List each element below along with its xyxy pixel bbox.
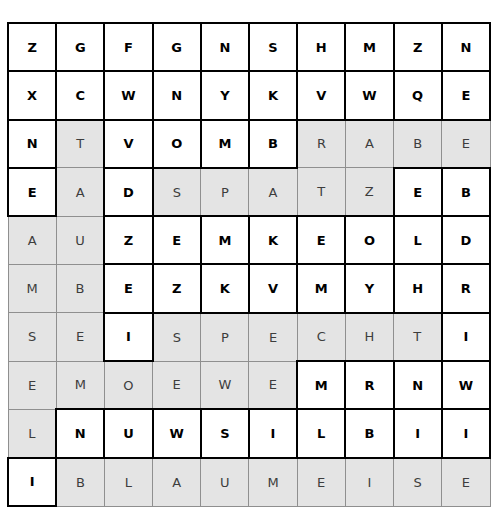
grid-cell-r8c7: M bbox=[297, 361, 345, 409]
grid-cell-r1c8: M bbox=[345, 23, 393, 71]
grid-cell-r2c10: E bbox=[442, 71, 490, 119]
grid-cell-r8c9: N bbox=[394, 361, 442, 409]
grid-row-8: EMOEWEMRNW bbox=[8, 361, 490, 409]
grid-cell-r5c6: K bbox=[249, 216, 297, 264]
grid-cell-r3c9: B bbox=[394, 120, 442, 168]
grid-cell-r3c10: E bbox=[442, 120, 490, 168]
grid-cell-r8c10: W bbox=[442, 361, 490, 409]
grid-cell-r9c6: I bbox=[249, 409, 297, 457]
grid-cell-r6c3: E bbox=[104, 264, 152, 312]
grid-cell-r8c8: R bbox=[345, 361, 393, 409]
grid-cell-r2c5: Y bbox=[201, 71, 249, 119]
word-search-grid: ZGFGNSHMZNXCWNYKVWQENTVOMBRABEEADSPATZEB… bbox=[7, 22, 491, 507]
grid-cell-r9c7: L bbox=[297, 409, 345, 457]
page: { "game": "word-search", "language": "Ge… bbox=[0, 0, 500, 520]
grid-cell-r10c10: E bbox=[442, 458, 490, 506]
grid-cell-r1c6: S bbox=[249, 23, 297, 71]
grid-row-9: LNUWSILBII bbox=[8, 409, 490, 457]
grid-cell-r2c7: V bbox=[297, 71, 345, 119]
grid-row-1: ZGFGNSHMZN bbox=[8, 23, 490, 71]
grid-cell-r7c9: T bbox=[394, 313, 442, 361]
grid-cell-r8c2: M bbox=[56, 361, 104, 409]
grid-cell-r7c7: C bbox=[297, 313, 345, 361]
grid-cell-r7c1: S bbox=[8, 313, 56, 361]
grid-cell-r5c2: U bbox=[56, 216, 104, 264]
grid-cell-r7c10: I bbox=[442, 313, 490, 361]
grid-cell-r8c1: E bbox=[8, 361, 56, 409]
grid-cell-r10c3: L bbox=[104, 458, 152, 506]
grid-cell-r1c1: Z bbox=[8, 23, 56, 71]
grid-cell-r1c3: F bbox=[104, 23, 152, 71]
grid-cell-r6c4: Z bbox=[153, 264, 201, 312]
grid-cell-r5c4: E bbox=[153, 216, 201, 264]
grid-cell-r6c9: H bbox=[394, 264, 442, 312]
grid-cell-r6c6: V bbox=[249, 264, 297, 312]
grid-cell-r6c1: M bbox=[8, 264, 56, 312]
grid-cell-r10c7: E bbox=[297, 458, 345, 506]
grid-cell-r5c8: O bbox=[345, 216, 393, 264]
grid-cell-r6c8: Y bbox=[345, 264, 393, 312]
grid-cell-r9c4: W bbox=[153, 409, 201, 457]
grid-cell-r1c2: G bbox=[56, 23, 104, 71]
grid-cell-r6c10: R bbox=[442, 264, 490, 312]
grid-cell-r5c3: Z bbox=[104, 216, 152, 264]
grid-cell-r3c5: M bbox=[201, 120, 249, 168]
grid-cell-r4c2: A bbox=[56, 168, 104, 216]
grid-cell-r3c1: N bbox=[8, 120, 56, 168]
grid-row-6: MBEZKVMYHR bbox=[8, 264, 490, 312]
grid-cell-r8c4: E bbox=[153, 361, 201, 409]
grid-row-7: SEISPECHTI bbox=[8, 313, 490, 361]
grid-cell-r1c5: N bbox=[201, 23, 249, 71]
grid-cell-r7c5: P bbox=[201, 313, 249, 361]
grid-cell-r4c6: A bbox=[249, 168, 297, 216]
grid-cell-r10c2: B bbox=[56, 458, 104, 506]
grid-cell-r7c6: E bbox=[249, 313, 297, 361]
grid-cell-r7c2: E bbox=[56, 313, 104, 361]
grid-cell-r6c7: M bbox=[297, 264, 345, 312]
grid-row-2: XCWNYKVWQE bbox=[8, 71, 490, 119]
grid-cell-r1c7: H bbox=[297, 23, 345, 71]
grid-cell-r7c3: I bbox=[104, 313, 152, 361]
grid-cell-r10c5: U bbox=[201, 458, 249, 506]
grid-cell-r8c6: E bbox=[249, 361, 297, 409]
grid-row-3: NTVOMBRABE bbox=[8, 120, 490, 168]
grid-row-4: EADSPATZEB bbox=[8, 168, 490, 216]
grid-cell-r4c8: Z bbox=[345, 168, 393, 216]
grid-cell-r7c8: H bbox=[345, 313, 393, 361]
grid-cell-r2c3: W bbox=[104, 71, 152, 119]
grid-cell-r8c5: W bbox=[201, 361, 249, 409]
grid-cell-r5c5: M bbox=[201, 216, 249, 264]
grid-cell-r9c10: I bbox=[442, 409, 490, 457]
grid-row-10: IBLAUMEISE bbox=[8, 458, 490, 506]
grid-cell-r3c8: A bbox=[345, 120, 393, 168]
grid-row-5: AUZEMKEOLD bbox=[8, 216, 490, 264]
grid-cell-r2c9: Q bbox=[394, 71, 442, 119]
grid-cell-r2c6: K bbox=[249, 71, 297, 119]
grid-cell-r3c4: O bbox=[153, 120, 201, 168]
grid-cell-r4c5: P bbox=[201, 168, 249, 216]
grid-cell-r4c4: S bbox=[153, 168, 201, 216]
grid-cell-r4c9: E bbox=[394, 168, 442, 216]
grid-cell-r4c3: D bbox=[104, 168, 152, 216]
grid-cell-r1c9: Z bbox=[394, 23, 442, 71]
grid-cell-r3c7: R bbox=[297, 120, 345, 168]
grid-cell-r7c4: S bbox=[153, 313, 201, 361]
grid-cell-r4c10: B bbox=[442, 168, 490, 216]
grid-cell-r6c2: B bbox=[56, 264, 104, 312]
grid-cell-r3c2: T bbox=[56, 120, 104, 168]
grid-cell-r5c7: E bbox=[297, 216, 345, 264]
grid-cell-r9c8: B bbox=[345, 409, 393, 457]
grid-cell-r9c9: I bbox=[394, 409, 442, 457]
grid-cell-r1c10: N bbox=[442, 23, 490, 71]
grid-cell-r10c6: M bbox=[249, 458, 297, 506]
grid-cell-r10c9: S bbox=[394, 458, 442, 506]
grid-cell-r2c8: W bbox=[345, 71, 393, 119]
grid-cell-r2c4: N bbox=[153, 71, 201, 119]
grid-cell-r5c1: A bbox=[8, 216, 56, 264]
grid-cell-r9c1: L bbox=[8, 409, 56, 457]
grid-cell-r10c1: I bbox=[8, 458, 56, 506]
grid-cell-r1c4: G bbox=[153, 23, 201, 71]
grid-cell-r4c1: E bbox=[8, 168, 56, 216]
grid-cell-r8c3: O bbox=[104, 361, 152, 409]
grid-cell-r6c5: K bbox=[201, 264, 249, 312]
grid-cell-r4c7: T bbox=[297, 168, 345, 216]
grid-cell-r5c10: D bbox=[442, 216, 490, 264]
grid-cell-r3c6: B bbox=[249, 120, 297, 168]
word-search-board: ZGFGNSHMZNXCWNYKVWQENTVOMBRABEEADSPATZEB… bbox=[7, 22, 500, 507]
grid-cell-r10c4: A bbox=[153, 458, 201, 506]
grid-cell-r10c8: I bbox=[345, 458, 393, 506]
grid-cell-r9c3: U bbox=[104, 409, 152, 457]
grid-cell-r9c5: S bbox=[201, 409, 249, 457]
grid-cell-r9c2: N bbox=[56, 409, 104, 457]
grid-cell-r2c1: X bbox=[8, 71, 56, 119]
grid-cell-r2c2: C bbox=[56, 71, 104, 119]
grid-cell-r3c3: V bbox=[104, 120, 152, 168]
grid-cell-r5c9: L bbox=[394, 216, 442, 264]
